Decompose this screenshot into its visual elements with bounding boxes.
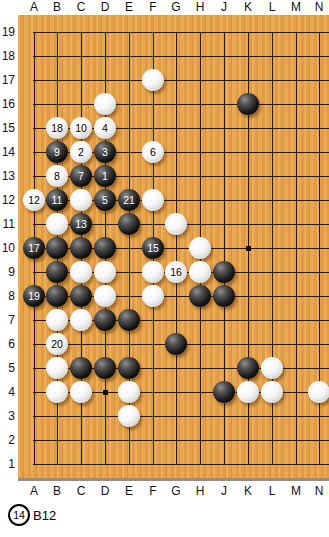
- stone-B10[interactable]: [46, 237, 68, 259]
- stone-B12[interactable]: 11: [46, 189, 68, 211]
- row-label-5: 5: [0, 361, 15, 375]
- stone-E11[interactable]: [118, 213, 140, 235]
- stone-A8[interactable]: 19: [23, 285, 45, 307]
- white-stone-icon: 14: [8, 504, 30, 526]
- star-point-K10: [246, 246, 251, 251]
- stone-J9[interactable]: [213, 261, 235, 283]
- stone-F9[interactable]: [142, 261, 164, 283]
- row-label-18: 18: [0, 49, 15, 63]
- column-label-bottom-C: C: [72, 484, 90, 498]
- stone-move-number: 1: [102, 165, 108, 187]
- column-label-top-M: M: [287, 0, 305, 14]
- row-label-16: 16: [0, 97, 15, 111]
- stone-D16[interactable]: [94, 93, 116, 115]
- column-label-top-G: G: [167, 0, 185, 14]
- stone-B11[interactable]: [46, 213, 68, 235]
- stone-move-number: 17: [28, 237, 40, 259]
- stone-move-number: 5: [102, 189, 108, 211]
- column-label-bottom-D: D: [96, 484, 114, 498]
- go-diagram-screen: 14 B12 1810492368711211521131715161920AA…: [0, 0, 329, 537]
- stone-B13[interactable]: 8: [46, 165, 68, 187]
- row-label-6: 6: [0, 337, 15, 351]
- stone-D12[interactable]: 5: [94, 189, 116, 211]
- column-label-top-B: B: [48, 0, 66, 14]
- stone-G6[interactable]: [165, 333, 187, 355]
- stone-K5[interactable]: [237, 357, 259, 379]
- stone-A12[interactable]: 12: [23, 189, 45, 211]
- column-label-top-E: E: [120, 0, 138, 14]
- stone-E7[interactable]: [118, 309, 140, 331]
- row-label-10: 10: [0, 241, 15, 255]
- row-label-2: 2: [0, 433, 15, 447]
- stone-move-number: 12: [28, 189, 40, 211]
- stone-K16[interactable]: [237, 93, 259, 115]
- stone-L5[interactable]: [261, 357, 283, 379]
- row-label-1: 1: [0, 457, 15, 471]
- move-annotation: 14 B12: [8, 504, 56, 526]
- stone-move-number: 6: [150, 141, 156, 163]
- stone-move-number: 15: [147, 237, 159, 259]
- column-label-top-L: L: [263, 0, 281, 14]
- column-label-top-K: K: [239, 0, 257, 14]
- stone-F8[interactable]: [142, 285, 164, 307]
- stone-C14[interactable]: 2: [70, 141, 92, 163]
- stone-H9[interactable]: [189, 261, 211, 283]
- row-label-7: 7: [0, 313, 15, 327]
- stone-F10[interactable]: 15: [142, 237, 164, 259]
- column-label-bottom-J: J: [215, 484, 233, 498]
- star-point-D4: [103, 390, 108, 395]
- stone-F12[interactable]: [142, 189, 164, 211]
- stone-D15[interactable]: 4: [94, 117, 116, 139]
- row-label-9: 9: [0, 265, 15, 279]
- stone-move-number: 21: [123, 189, 135, 211]
- stone-N4[interactable]: [308, 381, 329, 403]
- stone-C13[interactable]: 7: [70, 165, 92, 187]
- stone-move-number: 9: [54, 141, 60, 163]
- stone-D13[interactable]: 1: [94, 165, 116, 187]
- row-label-19: 19: [0, 25, 15, 39]
- stone-move-number: 19: [28, 285, 40, 307]
- stone-C10[interactable]: [70, 237, 92, 259]
- row-label-15: 15: [0, 121, 15, 135]
- stone-move-number: 4: [102, 117, 108, 139]
- column-label-top-J: J: [215, 0, 233, 14]
- stone-C4[interactable]: [70, 381, 92, 403]
- stone-G11[interactable]: [165, 213, 187, 235]
- grid-line-col-G: [176, 32, 177, 465]
- column-label-bottom-N: N: [310, 484, 328, 498]
- stone-move-number: 16: [170, 261, 182, 283]
- column-label-bottom-K: K: [239, 484, 257, 498]
- grid-line-row-19: [33, 32, 329, 33]
- stone-move-number: 11: [52, 189, 63, 211]
- stone-move-number: 8: [54, 165, 60, 187]
- grid-line-row-16: [33, 104, 329, 105]
- column-label-bottom-L: L: [263, 484, 281, 498]
- grid-line-row-18: [33, 56, 329, 57]
- stone-J4[interactable]: [213, 381, 235, 403]
- stone-C8[interactable]: [70, 285, 92, 307]
- stone-J8[interactable]: [213, 285, 235, 307]
- stone-C12[interactable]: [70, 189, 92, 211]
- stone-C9[interactable]: [70, 261, 92, 283]
- annotation-location: B12: [33, 508, 56, 523]
- column-label-bottom-F: F: [144, 484, 162, 498]
- stone-B15[interactable]: 18: [46, 117, 68, 139]
- column-label-top-H: H: [191, 0, 209, 14]
- stone-C5[interactable]: [70, 357, 92, 379]
- stone-move-number: 3: [102, 141, 108, 163]
- column-label-bottom-M: M: [287, 484, 305, 498]
- stone-H10[interactable]: [189, 237, 211, 259]
- grid-line-row-1: [33, 464, 329, 465]
- stone-D8[interactable]: [94, 285, 116, 307]
- grid-line-row-2: [33, 440, 329, 441]
- stone-E3[interactable]: [118, 405, 140, 427]
- column-label-top-C: C: [72, 0, 90, 14]
- column-label-top-F: F: [144, 0, 162, 14]
- column-label-bottom-A: A: [25, 484, 43, 498]
- stone-B8[interactable]: [46, 285, 68, 307]
- row-label-12: 12: [0, 193, 15, 207]
- stone-C11[interactable]: 13: [70, 213, 92, 235]
- row-label-8: 8: [0, 289, 15, 303]
- stone-move-number: 18: [51, 117, 63, 139]
- stone-D7[interactable]: [94, 309, 116, 331]
- grid-line-row-17: [33, 80, 329, 81]
- column-label-top-A: A: [25, 0, 43, 14]
- column-label-bottom-G: G: [167, 484, 185, 498]
- row-label-4: 4: [0, 385, 15, 399]
- column-label-bottom-E: E: [120, 484, 138, 498]
- column-label-top-N: N: [310, 0, 328, 14]
- stone-G9[interactable]: 16: [165, 261, 187, 283]
- stone-B6[interactable]: 20: [46, 333, 68, 355]
- grid-line-col-M: [296, 32, 297, 465]
- stone-F17[interactable]: [142, 69, 164, 91]
- stone-E4[interactable]: [118, 381, 140, 403]
- stone-E12[interactable]: 21: [118, 189, 140, 211]
- stone-D10[interactable]: [94, 237, 116, 259]
- stone-E5[interactable]: [118, 357, 140, 379]
- stone-B4[interactable]: [46, 381, 68, 403]
- column-label-top-D: D: [96, 0, 114, 14]
- stone-K4[interactable]: [237, 381, 259, 403]
- stone-A10[interactable]: 17: [23, 237, 45, 259]
- stone-move-number: 2: [78, 141, 84, 163]
- stone-D14[interactable]: 3: [94, 141, 116, 163]
- stone-B14[interactable]: 9: [46, 141, 68, 163]
- grid-line-row-3: [33, 416, 329, 417]
- annotation-move-number: 14: [13, 509, 25, 521]
- stone-D5[interactable]: [94, 357, 116, 379]
- stone-D9[interactable]: [94, 261, 116, 283]
- stone-B7[interactable]: [46, 309, 68, 331]
- row-label-17: 17: [0, 73, 15, 87]
- stone-B5[interactable]: [46, 357, 68, 379]
- stone-C15[interactable]: 10: [70, 117, 92, 139]
- row-label-13: 13: [0, 169, 15, 183]
- stone-move-number: 13: [75, 213, 87, 235]
- stone-F14[interactable]: 6: [142, 141, 164, 163]
- board-shadow: [18, 478, 329, 481]
- stone-move-number: 20: [51, 333, 63, 355]
- stone-L4[interactable]: [261, 381, 283, 403]
- column-label-bottom-B: B: [48, 484, 66, 498]
- row-label-11: 11: [0, 217, 15, 231]
- stone-B9[interactable]: [46, 261, 68, 283]
- row-label-14: 14: [0, 145, 15, 159]
- stone-move-number: 10: [75, 117, 87, 139]
- column-label-bottom-H: H: [191, 484, 209, 498]
- row-label-3: 3: [0, 409, 15, 423]
- stone-C7[interactable]: [70, 309, 92, 331]
- stone-move-number: 7: [78, 165, 84, 187]
- stone-H8[interactable]: [189, 285, 211, 307]
